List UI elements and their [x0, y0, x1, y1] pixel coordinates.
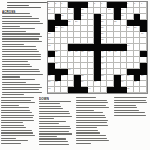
clue-column-3 — [76, 97, 110, 149]
clue-number: 64 — [88, 87, 90, 89]
clue-text-line — [39, 101, 71, 102]
clue-text-line — [1, 115, 34, 116]
clue-number: 38 — [81, 50, 83, 52]
grid-cell[interactable] — [55, 87, 62, 93]
clue-number: 31 — [48, 38, 50, 40]
clue-text-line — [2, 41, 42, 42]
clue-text-line — [76, 140, 109, 141]
clue-text-line — [114, 100, 146, 101]
grid-cell[interactable]: 63 — [48, 87, 55, 93]
clue-number: 51 — [61, 74, 63, 76]
clue-text-line — [39, 118, 54, 119]
clue-number: 12 — [81, 8, 83, 10]
clue-text-line — [76, 132, 100, 133]
clue-text-line — [76, 143, 91, 144]
clue-text-line — [76, 97, 96, 98]
clue-text-line — [76, 130, 98, 131]
clue-number: 25 — [101, 26, 103, 28]
clue-number: 4 — [88, 2, 89, 4]
clue-number: 43 — [121, 50, 123, 52]
clue-text-line — [1, 125, 24, 126]
clue-number: 28 — [48, 32, 50, 34]
clue-text-line — [39, 136, 57, 137]
clue-text-line — [1, 122, 23, 123]
clue-text-line — [1, 132, 33, 133]
clue-number: 44 — [48, 56, 50, 58]
clue-number: 45 — [101, 56, 103, 58]
clue-number: 10 — [48, 8, 50, 10]
grid-cell[interactable] — [134, 87, 141, 93]
puzzle-title-block — [2, 2, 49, 8]
clue-number: 41 — [108, 50, 110, 52]
clue-text-line — [76, 125, 108, 126]
clue-number: 30 — [141, 32, 143, 34]
clue-text-line — [39, 103, 60, 104]
clue-number: 50 — [48, 74, 50, 76]
clue-number: 6 — [101, 2, 102, 4]
clue-number: 49 — [101, 68, 103, 70]
clue-text-line — [2, 56, 41, 57]
clue-number: 14 — [121, 8, 123, 10]
clue-number: 19 — [68, 20, 70, 22]
clue-text-line — [2, 13, 30, 14]
clue-text-lines — [1, 97, 36, 144]
clue-number: 57 — [48, 80, 50, 82]
clue-number: 47 — [101, 62, 103, 64]
clue-number: 32 — [101, 38, 103, 40]
clue-number: 9 — [141, 2, 142, 4]
clue-text-line — [2, 16, 32, 17]
clue-text-line — [76, 127, 97, 128]
clue-text-line — [2, 18, 39, 19]
bottom-clue-section: DOWN — [1, 97, 149, 149]
clue-text-line — [2, 54, 41, 55]
clue-text-lines — [76, 97, 110, 144]
clue-number: 46 — [55, 62, 57, 64]
clue-text-line — [1, 143, 21, 144]
clue-text-line — [2, 61, 28, 62]
clue-text-line — [2, 71, 40, 72]
clue-text-line — [39, 126, 70, 127]
clue-text-line — [2, 51, 39, 52]
clue-number: 61 — [121, 80, 123, 82]
clue-number: 1 — [48, 2, 49, 4]
clue-number: 8 — [134, 2, 135, 4]
clue-text-line — [2, 38, 39, 39]
clue-text-line — [114, 105, 136, 106]
clue-text-line — [2, 49, 37, 50]
clue-text-line — [1, 130, 32, 131]
black-cell — [107, 87, 114, 93]
clue-text-line — [76, 115, 105, 116]
clue-text-line — [2, 33, 40, 34]
clue-text-line — [2, 69, 39, 70]
grid-cell[interactable] — [101, 87, 108, 93]
clue-text-line — [39, 111, 69, 112]
clue-column-1 — [1, 97, 36, 149]
clue-text-line — [2, 59, 41, 60]
clue-text-line — [39, 116, 72, 117]
clue-text-line — [1, 140, 28, 141]
clue-text-line — [7, 2, 47, 3]
clue-text-line — [1, 135, 35, 136]
clue-number: 26 — [127, 26, 129, 28]
grid-cell[interactable]: 64 — [88, 87, 95, 93]
clue-text-line — [114, 107, 137, 108]
black-cell — [74, 87, 81, 93]
clue-number: 11 — [68, 8, 70, 10]
across-header: ACROSS — [2, 10, 23, 12]
clue-number: 60 — [94, 80, 96, 82]
clue-column-2: DOWN — [39, 97, 73, 149]
clue-text-line — [76, 100, 107, 101]
clue-text-line — [2, 92, 42, 93]
clue-text-line — [39, 133, 72, 134]
clue-number: 36 — [68, 50, 70, 52]
clue-number: 55 — [127, 74, 129, 76]
clue-number: 13 — [108, 8, 110, 10]
clue-text-line — [1, 97, 34, 98]
clue-number: 22 — [114, 20, 116, 22]
clue-number: 24 — [61, 26, 63, 28]
clue-text-line — [2, 64, 30, 65]
clue-number: 15 — [61, 14, 63, 16]
clue-number: 54 — [121, 74, 123, 76]
clue-number: 3 — [61, 2, 62, 4]
black-cell — [81, 87, 88, 93]
clue-number: 48 — [68, 68, 70, 70]
clue-text-line — [39, 138, 66, 139]
clue-number: 17 — [101, 14, 103, 16]
clue-text-line — [2, 76, 20, 77]
clue-text-line — [39, 121, 66, 122]
clue-text-line — [39, 141, 68, 142]
crossword-grid[interactable]: 1234567891011121314151617181920212223242… — [47, 1, 148, 94]
clue-number: 16 — [81, 14, 83, 16]
clue-number: 53 — [101, 74, 103, 76]
clue-text-line — [76, 135, 106, 136]
clue-text-line — [2, 28, 35, 29]
clue-text-line — [1, 117, 33, 118]
clue-text-line — [114, 110, 139, 111]
clue-number: 29 — [101, 32, 103, 34]
clue-number: 37 — [75, 50, 77, 52]
clue-text-line — [1, 107, 29, 108]
clue-text-line — [76, 122, 107, 123]
down-header: DOWN — [39, 97, 56, 99]
clue-text-line — [39, 123, 59, 124]
clue-text-line — [76, 138, 107, 139]
clue-text-line — [2, 44, 24, 45]
clue-number: 59 — [81, 80, 83, 82]
clue-text-line — [2, 46, 36, 47]
clue-text-line — [76, 110, 94, 111]
clue-number: 21 — [101, 20, 103, 22]
clue-text-line — [1, 127, 26, 128]
clue-text-line — [39, 131, 69, 132]
clue-text-line — [39, 108, 63, 109]
clue-text-line — [2, 66, 32, 67]
clue-text-line — [1, 138, 16, 139]
clue-number: 42 — [114, 50, 116, 52]
black-cell — [68, 87, 75, 93]
clue-text-line — [76, 117, 106, 118]
down-clue-text-lines — [39, 101, 73, 145]
clue-number: 33 — [48, 44, 50, 46]
clue-number: 65 — [127, 87, 129, 89]
clue-text-line — [7, 5, 29, 6]
grid-cell[interactable] — [140, 87, 147, 93]
clue-text-line — [2, 21, 40, 22]
clue-text-line — [2, 87, 42, 88]
clue-text-line — [2, 82, 26, 83]
clue-column-4 — [114, 97, 149, 149]
clue-number: 39 — [88, 50, 90, 52]
across-clues-column: ACROSS — [2, 2, 44, 94]
clue-text-line — [1, 112, 32, 113]
clue-text-line — [76, 120, 108, 121]
clue-text-line — [39, 106, 61, 107]
clue-text-line — [2, 79, 35, 80]
clue-text-line — [1, 100, 31, 101]
clue-text-line — [114, 112, 145, 113]
across-clue-text-lines — [2, 13, 44, 95]
clue-text-line — [39, 128, 71, 129]
clue-number: 58 — [55, 80, 57, 82]
grid-cell[interactable] — [61, 87, 68, 93]
clue-number: 18 — [121, 14, 123, 16]
clue-text-line — [2, 74, 43, 75]
clue-text-line — [76, 102, 108, 103]
clue-number: 34 — [127, 44, 129, 46]
clue-text-line — [76, 105, 106, 106]
clue-number: 27 — [134, 26, 136, 28]
clue-number: 56 — [141, 74, 143, 76]
clue-text-line — [114, 102, 147, 103]
clue-text-line — [1, 105, 19, 106]
clue-number: 23 — [55, 26, 57, 28]
clue-number: 63 — [48, 87, 50, 89]
clue-number: 7 — [127, 2, 128, 4]
crossword-page: ACROSS 123456789101112131415161718192021… — [0, 0, 150, 150]
clue-text-line — [7, 7, 41, 8]
clue-text-line — [76, 107, 109, 108]
clue-text-line — [2, 94, 24, 95]
clue-number: 35 — [55, 50, 57, 52]
grid-cell[interactable]: 65 — [127, 87, 134, 93]
clue-text-line — [2, 89, 39, 90]
clue-text-line — [2, 26, 20, 27]
clue-text-line — [114, 97, 147, 98]
clue-text-line — [114, 115, 146, 116]
clue-text-line — [76, 112, 103, 113]
clue-text-line — [2, 31, 26, 32]
clue-text-lines — [114, 97, 149, 116]
clue-number: 52 — [81, 74, 83, 76]
black-cell — [114, 87, 121, 93]
clue-number: 62 — [134, 80, 136, 82]
clue-text-line — [1, 110, 30, 111]
clue-text-line — [1, 120, 34, 121]
clue-text-line — [39, 113, 70, 114]
clue-number: 40 — [101, 50, 103, 52]
clue-number: 20 — [75, 20, 77, 22]
clue-text-line — [1, 102, 35, 103]
clue-number: 2 — [55, 2, 56, 4]
clue-text-line — [2, 23, 43, 24]
clue-text-line — [2, 36, 42, 37]
clue-number: 5 — [94, 2, 95, 4]
grid-cell[interactable] — [94, 87, 101, 93]
clue-text-line — [2, 84, 40, 85]
clue-text-line — [39, 144, 69, 145]
